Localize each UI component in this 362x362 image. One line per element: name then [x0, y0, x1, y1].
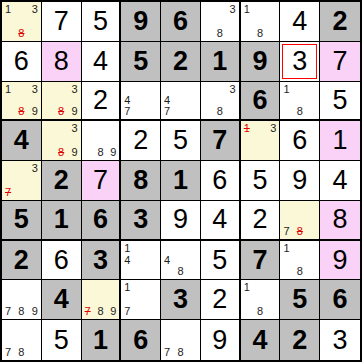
solved-digit: 9 — [161, 201, 200, 239]
given-digit: 2 — [2, 241, 41, 280]
cell-r4c8[interactable]: 6 — [280, 121, 320, 161]
cell-r7c5[interactable]: 48 — [161, 241, 201, 281]
given-digit: 9 — [241, 42, 280, 81]
cell-r7c4[interactable]: 14 — [121, 241, 161, 281]
candidate-3: 3 — [225, 84, 236, 95]
cell-r9c4[interactable]: 6 — [121, 320, 161, 360]
candidate-8: 8 — [255, 306, 266, 318]
solved-digit: 8 — [42, 42, 81, 81]
candidate-8-crossed: 8 — [56, 106, 67, 117]
solved-digit: 3 — [280, 42, 319, 81]
cell-r4c1[interactable]: 4 — [2, 121, 42, 161]
cell-r6c1[interactable]: 5 — [2, 201, 42, 241]
candidate-9: 9 — [27, 106, 38, 117]
candidate-1: 1 — [244, 4, 255, 16]
cell-r2c9[interactable]: 7 — [320, 42, 360, 82]
solved-digit: 2 — [201, 280, 239, 319]
cell-r5c7[interactable]: 5 — [241, 161, 281, 201]
cell-r6c3[interactable]: 6 — [82, 201, 122, 241]
candidate-8: 8 — [16, 346, 27, 358]
cell-r3c2[interactable]: 389 — [42, 82, 82, 122]
candidate-9: 9 — [67, 147, 78, 159]
cell-r1c7[interactable]: 18 — [241, 2, 281, 42]
cell-r6c4[interactable]: 3 — [121, 201, 161, 241]
candidate-grid: 48 — [161, 241, 200, 280]
candidate-9: 9 — [27, 306, 38, 318]
candidate-grid: 1389 — [2, 82, 41, 120]
candidate-1: 1 — [283, 243, 294, 255]
candidate-1: 1 — [5, 84, 16, 95]
cell-r3c7[interactable]: 6 — [241, 82, 281, 122]
cell-r5c5[interactable]: 1 — [161, 161, 201, 201]
candidate-3: 3 — [225, 4, 236, 16]
given-digit: 2 — [320, 2, 360, 41]
candidate-3: 3 — [67, 123, 78, 135]
cell-r1c5[interactable]: 6 — [161, 2, 201, 42]
candidate-grid: 789 — [2, 280, 41, 319]
cell-r1c2[interactable]: 7 — [42, 2, 82, 42]
cell-r2c7[interactable]: 9 — [241, 42, 281, 82]
candidate-8: 8 — [294, 106, 305, 117]
solved-digit: 7 — [82, 161, 120, 200]
candidate-7: 7 — [124, 106, 135, 117]
cell-r7c2[interactable]: 6 — [42, 241, 82, 281]
cell-r8c5[interactable]: 3 — [161, 280, 201, 320]
cell-r9c3[interactable]: 1 — [82, 320, 122, 360]
cell-r7c6[interactable]: 5 — [201, 241, 241, 281]
candidate-grid: 38 — [201, 2, 239, 41]
cell-r1c4[interactable]: 9 — [121, 2, 161, 42]
cell-r2c3[interactable]: 4 — [82, 42, 122, 82]
candidate-grid: 78 — [2, 320, 41, 360]
candidate-3: 3 — [67, 84, 78, 95]
cell-r4c3[interactable]: 89 — [82, 121, 122, 161]
solved-digit: 4 — [320, 161, 360, 200]
solved-digit: 4 — [280, 2, 319, 41]
solved-digit: 5 — [320, 82, 360, 120]
candidate-8: 8 — [294, 266, 305, 278]
given-digit: 2 — [161, 42, 200, 81]
given-digit: 6 — [320, 280, 360, 319]
cell-r8c9[interactable]: 6 — [320, 280, 360, 320]
candidate-grid: 18 — [241, 2, 280, 41]
cell-r9c1[interactable]: 78 — [2, 320, 42, 360]
candidate-4: 4 — [164, 254, 175, 266]
cell-r6c7[interactable]: 2 — [241, 201, 281, 241]
solved-digit: 9 — [320, 241, 360, 280]
candidate-1: 1 — [5, 4, 16, 16]
cell-r7c3[interactable]: 3 — [82, 241, 122, 281]
given-digit: 6 — [241, 82, 280, 120]
solved-digit: 6 — [42, 241, 81, 280]
candidate-grid: 78 — [161, 320, 200, 360]
solved-digit: 2 — [241, 201, 280, 239]
given-digit: 1 — [161, 161, 200, 200]
solved-digit: 4 — [82, 42, 120, 81]
solved-digit: 6 — [2, 42, 41, 81]
given-digit: 1 — [42, 201, 81, 239]
solved-digit: 5 — [241, 161, 280, 200]
cell-r6c5[interactable]: 9 — [161, 201, 201, 241]
given-digit: 7 — [241, 241, 280, 280]
cell-r8c8[interactable]: 5 — [280, 280, 320, 320]
cell-r8c2[interactable]: 4 — [42, 280, 82, 320]
candidate-7-crossed: 7 — [85, 306, 96, 318]
cell-r1c6[interactable]: 38 — [201, 2, 241, 42]
cell-r7c8[interactable]: 18 — [280, 241, 320, 281]
candidate-8-crossed: 8 — [16, 106, 27, 117]
candidate-3: 3 — [266, 123, 277, 135]
cell-r8c3[interactable]: 789 — [82, 280, 122, 320]
cell-r9c8[interactable]: 2 — [280, 320, 320, 360]
cell-r7c9[interactable]: 9 — [320, 241, 360, 281]
given-digit: 3 — [82, 241, 120, 280]
solved-digit: 3 — [320, 320, 360, 360]
given-digit: 6 — [161, 2, 200, 41]
given-digit: 2 — [42, 161, 81, 200]
given-digit: 6 — [82, 201, 120, 239]
candidate-7: 7 — [283, 225, 294, 236]
candidate-grid: 38 — [201, 82, 239, 120]
candidate-grid: 47 — [121, 82, 160, 120]
candidate-grid: 37 — [2, 161, 41, 200]
cell-r3c4[interactable]: 47 — [121, 82, 161, 122]
cell-r2c4[interactable]: 5 — [121, 42, 161, 82]
candidate-3: 3 — [27, 4, 38, 16]
solved-digit: 5 — [161, 121, 200, 160]
candidate-9: 9 — [106, 147, 117, 159]
solved-digit: 2 — [82, 82, 120, 120]
given-digit: 5 — [280, 280, 319, 319]
cell-r3c1[interactable]: 1389 — [2, 82, 42, 122]
given-digit: 3 — [161, 280, 200, 319]
given-digit: 7 — [201, 121, 239, 160]
solved-digit: 5 — [42, 320, 81, 360]
candidate-1: 1 — [283, 84, 294, 95]
candidate-grid: 14 — [121, 241, 160, 280]
given-digit: 1 — [82, 320, 120, 360]
cell-r8c1[interactable]: 789 — [2, 280, 42, 320]
cell-r2c5[interactable]: 2 — [161, 42, 201, 82]
candidate-8: 8 — [95, 306, 106, 318]
given-digit: 9 — [121, 2, 160, 41]
solved-digit: 5 — [82, 2, 120, 41]
cell-r5c4[interactable]: 8 — [121, 161, 161, 201]
candidate-8: 8 — [175, 266, 186, 278]
candidate-8: 8 — [255, 27, 266, 39]
candidate-grid: 78 — [280, 201, 319, 239]
given-digit: 4 — [241, 320, 280, 360]
cell-r1c1[interactable]: 138 — [2, 2, 42, 42]
cell-r3c3[interactable]: 2 — [82, 82, 122, 122]
solved-digit: 7 — [320, 42, 360, 81]
cell-r1c8[interactable]: 4 — [280, 2, 320, 42]
cell-r5c6[interactable]: 6 — [201, 161, 241, 201]
solved-digit: 4 — [201, 201, 239, 239]
candidate-grid: 18 — [280, 241, 319, 280]
solved-digit: 2 — [121, 121, 160, 160]
solved-digit: 9 — [201, 320, 239, 360]
cell-r6c6[interactable]: 4 — [201, 201, 241, 241]
candidate-7: 7 — [5, 306, 16, 318]
solved-digit: 6 — [201, 161, 239, 200]
candidate-8-crossed: 8 — [294, 225, 305, 236]
candidate-grid: 789 — [82, 280, 120, 319]
candidate-8-crossed: 8 — [16, 27, 27, 39]
given-digit: 4 — [42, 280, 81, 319]
cell-r4c7[interactable]: 13 — [241, 121, 281, 161]
cell-r5c9[interactable]: 4 — [320, 161, 360, 201]
candidate-7: 7 — [5, 346, 16, 358]
cell-r2c8[interactable]: 3 — [280, 42, 320, 82]
cell-r9c6[interactable]: 9 — [201, 320, 241, 360]
solved-digit: 7 — [42, 2, 81, 41]
solved-digit: 6 — [280, 121, 319, 160]
cell-r5c8[interactable]: 9 — [280, 161, 320, 201]
cell-r9c2[interactable]: 5 — [42, 320, 82, 360]
cell-r3c6[interactable]: 38 — [201, 82, 241, 122]
cell-r3c5[interactable]: 47 — [161, 82, 201, 122]
given-digit: 4 — [2, 121, 41, 160]
given-digit: 3 — [121, 201, 160, 239]
candidate-7: 7 — [164, 106, 175, 117]
cell-r9c5[interactable]: 78 — [161, 320, 201, 360]
given-digit: 5 — [2, 201, 41, 239]
candidate-1: 1 — [124, 282, 135, 294]
cell-r3c9[interactable]: 5 — [320, 82, 360, 122]
candidate-grid: 138 — [2, 2, 41, 41]
cell-r4c5[interactable]: 5 — [161, 121, 201, 161]
cell-r8c7[interactable]: 18 — [241, 280, 281, 320]
cell-r8c6[interactable]: 2 — [201, 280, 241, 320]
cell-r1c3[interactable]: 5 — [82, 2, 122, 42]
candidate-8: 8 — [214, 106, 225, 117]
cell-r4c6[interactable]: 7 — [201, 121, 241, 161]
solved-digit: 1 — [320, 121, 360, 160]
candidate-7: 7 — [124, 306, 135, 318]
cell-r9c9[interactable]: 3 — [320, 320, 360, 360]
cell-r3c8[interactable]: 18 — [280, 82, 320, 122]
candidate-8: 8 — [16, 306, 27, 318]
candidate-1: 1 — [124, 243, 135, 255]
cell-r5c2[interactable]: 2 — [42, 161, 82, 201]
candidate-grid: 13 — [241, 121, 280, 160]
candidate-grid: 89 — [82, 121, 120, 160]
candidate-grid: 47 — [161, 82, 200, 120]
given-digit: 8 — [121, 161, 160, 200]
cell-r2c2[interactable]: 8 — [42, 42, 82, 82]
cell-r6c8[interactable]: 78 — [280, 201, 320, 241]
candidate-8-crossed: 8 — [56, 147, 67, 159]
candidate-7-crossed: 7 — [5, 186, 16, 198]
cell-r4c4[interactable]: 2 — [121, 121, 161, 161]
sudoku-board: 1387596381842684521937138938924747386185… — [0, 0, 362, 362]
candidate-1-crossed: 1 — [244, 123, 255, 135]
candidate-8: 8 — [175, 346, 186, 358]
cell-r4c9[interactable]: 1 — [320, 121, 360, 161]
candidate-7: 7 — [164, 346, 175, 358]
candidate-grid: 18 — [241, 280, 280, 319]
candidate-grid: 389 — [42, 121, 81, 160]
given-digit: 2 — [280, 320, 319, 360]
given-digit: 1 — [201, 42, 239, 81]
candidate-3: 3 — [27, 84, 38, 95]
candidate-1: 1 — [244, 282, 255, 294]
cell-r7c7[interactable]: 7 — [241, 241, 281, 281]
candidate-grid: 389 — [42, 82, 81, 120]
cell-r5c1[interactable]: 37 — [2, 161, 42, 201]
cell-r6c2[interactable]: 1 — [42, 201, 82, 241]
solved-digit: 8 — [320, 201, 360, 239]
cell-r5c3[interactable]: 7 — [82, 161, 122, 201]
cell-r6c9[interactable]: 8 — [320, 201, 360, 241]
candidate-8: 8 — [214, 27, 225, 39]
cell-r4c2[interactable]: 389 — [42, 121, 82, 161]
candidate-9: 9 — [106, 306, 117, 318]
candidate-grid: 18 — [280, 82, 319, 120]
cell-r8c4[interactable]: 17 — [121, 280, 161, 320]
cell-r2c1[interactable]: 6 — [2, 42, 42, 82]
given-digit: 6 — [121, 320, 160, 360]
cell-r9c7[interactable]: 4 — [241, 320, 281, 360]
candidate-4: 4 — [124, 254, 135, 266]
cell-r1c9[interactable]: 2 — [320, 2, 360, 42]
candidate-grid: 17 — [121, 280, 160, 319]
cell-r2c6[interactable]: 1 — [201, 42, 241, 82]
candidate-3: 3 — [27, 163, 38, 175]
cell-r7c1[interactable]: 2 — [2, 241, 42, 281]
given-digit: 5 — [121, 42, 160, 81]
solved-digit: 5 — [201, 241, 239, 280]
candidate-9: 9 — [67, 106, 78, 117]
candidate-8: 8 — [95, 147, 106, 159]
solved-digit: 9 — [280, 161, 319, 200]
